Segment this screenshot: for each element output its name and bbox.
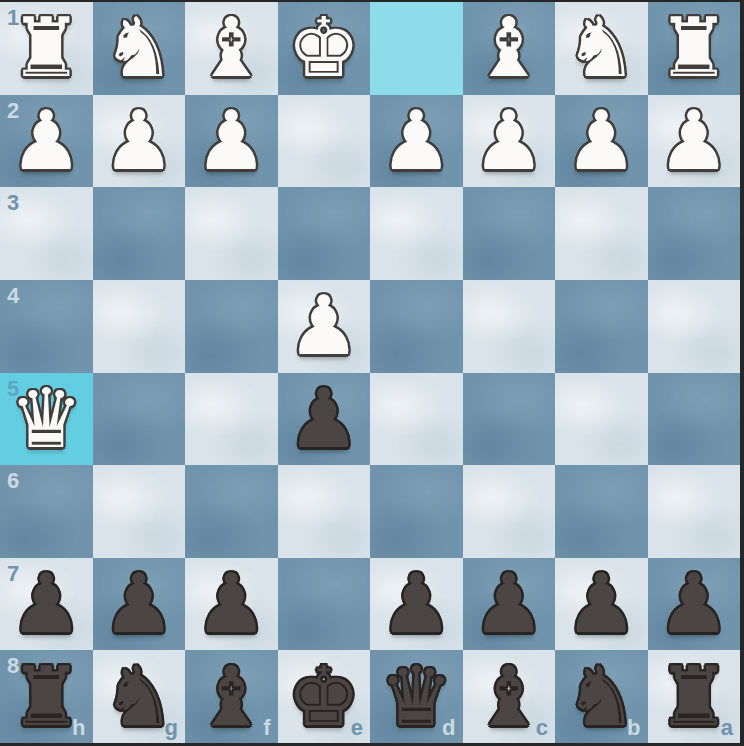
square-a3[interactable] (648, 187, 741, 280)
file-label-e: e (351, 717, 363, 739)
square-c6[interactable] (463, 465, 556, 558)
square-b2[interactable]: ♟ (555, 95, 648, 188)
square-b4[interactable] (555, 280, 648, 373)
square-d7[interactable]: ♟ (370, 558, 463, 651)
square-b3[interactable] (555, 187, 648, 280)
square-e3[interactable] (278, 187, 371, 280)
square-f2[interactable]: ♟ (185, 95, 278, 188)
square-g5[interactable] (93, 373, 186, 466)
square-c8[interactable]: c♝ (463, 650, 556, 743)
square-g1[interactable]: ♞ (93, 2, 186, 95)
file-label-g: g (165, 717, 178, 739)
square-f3[interactable] (185, 187, 278, 280)
white-queen[interactable]: ♛ (9, 373, 83, 465)
white-pawn[interactable]: ♟ (9, 95, 83, 187)
file-label-a: a (721, 717, 733, 739)
rank-label-3: 3 (7, 192, 19, 214)
square-e4[interactable]: ♟ (278, 280, 371, 373)
square-c5[interactable] (463, 373, 556, 466)
black-pawn[interactable]: ♟ (564, 558, 638, 650)
square-c4[interactable] (463, 280, 556, 373)
square-g2[interactable]: ♟ (93, 95, 186, 188)
square-f6[interactable] (185, 465, 278, 558)
square-f1[interactable]: ♝ (185, 2, 278, 95)
square-a8[interactable]: a♜ (648, 650, 741, 743)
square-e1[interactable]: ♚ (278, 2, 371, 95)
rank-label-7: 7 (7, 563, 19, 585)
black-pawn[interactable]: ♟ (287, 373, 361, 465)
square-c2[interactable]: ♟ (463, 95, 556, 188)
square-d6[interactable] (370, 465, 463, 558)
black-bishop[interactable]: ♝ (194, 651, 268, 743)
square-f5[interactable] (185, 373, 278, 466)
square-e2[interactable] (278, 95, 371, 188)
square-a1[interactable]: ♜ (648, 2, 741, 95)
white-bishop[interactable]: ♝ (194, 2, 268, 94)
square-a4[interactable] (648, 280, 741, 373)
square-e6[interactable] (278, 465, 371, 558)
chess-board: 1♜♞♝♚♝♞♜2♟♟♟♟♟♟♟34♟5♛♟67♟♟♟♟♟♟♟8h♜g♞f♝e♚… (0, 2, 740, 743)
square-e7[interactable] (278, 558, 371, 651)
square-a6[interactable] (648, 465, 741, 558)
square-e8[interactable]: e♚ (278, 650, 371, 743)
square-c1[interactable]: ♝ (463, 2, 556, 95)
square-e5[interactable]: ♟ (278, 373, 371, 466)
rank-label-2: 2 (7, 100, 19, 122)
black-rook[interactable]: ♜ (657, 651, 731, 743)
square-h5[interactable]: 5♛ (0, 373, 93, 466)
black-pawn[interactable]: ♟ (9, 558, 83, 650)
square-h1[interactable]: 1♜ (0, 2, 93, 95)
white-king[interactable]: ♚ (287, 2, 361, 94)
square-c3[interactable] (463, 187, 556, 280)
square-h2[interactable]: 2♟ (0, 95, 93, 188)
square-b5[interactable] (555, 373, 648, 466)
square-d5[interactable] (370, 373, 463, 466)
square-f7[interactable]: ♟ (185, 558, 278, 651)
square-f4[interactable] (185, 280, 278, 373)
square-d8[interactable]: d♛ (370, 650, 463, 743)
white-rook[interactable]: ♜ (657, 2, 731, 94)
square-c7[interactable]: ♟ (463, 558, 556, 651)
file-label-c: c (536, 717, 548, 739)
white-pawn[interactable]: ♟ (472, 95, 546, 187)
file-label-h: h (72, 717, 85, 739)
black-pawn[interactable]: ♟ (102, 558, 176, 650)
square-f8[interactable]: f♝ (185, 650, 278, 743)
black-pawn[interactable]: ♟ (472, 558, 546, 650)
square-d1[interactable] (370, 2, 463, 95)
square-b1[interactable]: ♞ (555, 2, 648, 95)
white-bishop[interactable]: ♝ (472, 2, 546, 94)
rank-label-4: 4 (7, 285, 19, 307)
rank-label-5: 5 (7, 378, 19, 400)
rank-label-8: 8 (7, 655, 19, 677)
black-pawn[interactable]: ♟ (657, 558, 731, 650)
square-d4[interactable] (370, 280, 463, 373)
black-pawn[interactable]: ♟ (194, 558, 268, 650)
rank-label-6: 6 (7, 470, 19, 492)
rank-label-1: 1 (7, 7, 19, 29)
white-knight[interactable]: ♞ (564, 2, 638, 94)
square-h7[interactable]: 7♟ (0, 558, 93, 651)
file-label-f: f (263, 717, 270, 739)
square-b8[interactable]: b♞ (555, 650, 648, 743)
square-g4[interactable] (93, 280, 186, 373)
square-h4[interactable]: 4 (0, 280, 93, 373)
square-a7[interactable]: ♟ (648, 558, 741, 651)
white-knight[interactable]: ♞ (102, 2, 176, 94)
square-b7[interactable]: ♟ (555, 558, 648, 651)
square-h6[interactable]: 6 (0, 465, 93, 558)
white-pawn[interactable]: ♟ (564, 95, 638, 187)
square-d3[interactable] (370, 187, 463, 280)
black-bishop[interactable]: ♝ (472, 651, 546, 743)
white-pawn[interactable]: ♟ (379, 95, 453, 187)
black-pawn[interactable]: ♟ (379, 558, 453, 650)
file-label-b: b (627, 717, 640, 739)
square-g3[interactable] (93, 187, 186, 280)
square-g8[interactable]: g♞ (93, 650, 186, 743)
white-pawn[interactable]: ♟ (287, 280, 361, 372)
square-g6[interactable] (93, 465, 186, 558)
white-pawn[interactable]: ♟ (102, 95, 176, 187)
square-d2[interactable]: ♟ (370, 95, 463, 188)
square-g7[interactable]: ♟ (93, 558, 186, 651)
file-label-d: d (442, 717, 455, 739)
black-king[interactable]: ♚ (287, 651, 361, 743)
white-pawn[interactable]: ♟ (194, 95, 268, 187)
page-background: 1♜♞♝♚♝♞♜2♟♟♟♟♟♟♟34♟5♛♟67♟♟♟♟♟♟♟8h♜g♞f♝e♚… (0, 0, 744, 746)
square-b6[interactable] (555, 465, 648, 558)
square-a5[interactable] (648, 373, 741, 466)
square-h8[interactable]: 8h♜ (0, 650, 93, 743)
square-a2[interactable]: ♟ (648, 95, 741, 188)
white-pawn[interactable]: ♟ (657, 95, 731, 187)
white-rook[interactable]: ♜ (9, 2, 83, 94)
square-h3[interactable]: 3 (0, 187, 93, 280)
